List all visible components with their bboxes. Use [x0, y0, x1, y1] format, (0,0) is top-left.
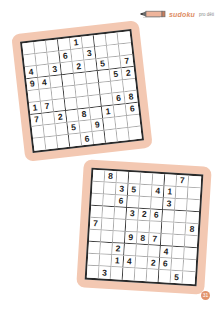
sudoku-cell-empty[interactable]: [114, 207, 127, 220]
sudoku-cell-empty[interactable]: [100, 242, 113, 255]
sudoku-cell-given: 3: [163, 198, 176, 211]
sudoku-cell-empty[interactable]: [175, 199, 188, 212]
sudoku-cell-empty[interactable]: [140, 185, 153, 198]
sudoku-cell-empty[interactable]: [101, 230, 114, 243]
sudoku-cell-empty[interactable]: [88, 242, 101, 255]
sudoku-cell-empty[interactable]: [162, 210, 175, 223]
sudoku-cell-given: 2: [138, 209, 151, 222]
sudoku-cell-given: 7: [90, 218, 103, 231]
puzzle-card-2: 873541633267898724142635: [76, 159, 212, 295]
sudoku-cell-empty[interactable]: [183, 260, 196, 273]
sudoku-cell-given: 8: [186, 224, 199, 237]
sudoku-cell-empty[interactable]: [88, 254, 101, 267]
page-number-badge: 31: [201, 291, 210, 300]
sudoku-cell-empty[interactable]: [161, 234, 174, 247]
sudoku-cell-empty[interactable]: [183, 271, 196, 284]
book-subtitle: pro děti: [199, 12, 214, 17]
puzzle-card-1: 163432579452176872816596: [11, 20, 153, 162]
sudoku-cell-empty[interactable]: [89, 230, 102, 243]
sudoku-cell-given: 1: [164, 186, 177, 199]
sudoku-cell-empty[interactable]: [124, 244, 137, 257]
sudoku-cell-empty[interactable]: [188, 176, 201, 189]
sudoku-cell-given: 6: [159, 258, 172, 271]
sudoku-cell-empty[interactable]: [111, 267, 124, 280]
sudoku-cell-given: 3: [99, 266, 112, 279]
sudoku-cell-empty[interactable]: [171, 259, 184, 272]
sudoku-cell-empty[interactable]: [126, 220, 139, 233]
sudoku-cell-empty[interactable]: [117, 171, 130, 184]
sudoku-cell-given: 6: [115, 195, 128, 208]
sudoku-cell-empty[interactable]: [138, 221, 151, 234]
sudoku-cell-empty[interactable]: [90, 206, 103, 219]
sudoku-cell-empty[interactable]: [127, 196, 140, 209]
sudoku-cell-given: 8: [105, 171, 118, 184]
sudoku-grid-1: 163432579452176872816596: [20, 29, 144, 153]
sudoku-cell-empty[interactable]: [87, 266, 100, 279]
sudoku-cell-empty[interactable]: [184, 248, 197, 261]
sudoku-cell-empty[interactable]: [135, 257, 148, 270]
sudoku-cell-given: 5: [171, 271, 184, 284]
sudoku-cell-given: 4: [160, 246, 173, 259]
sudoku-cell-empty[interactable]: [141, 173, 154, 186]
sudoku-cell-empty[interactable]: [136, 245, 149, 258]
pencil-icon: [140, 10, 166, 18]
sudoku-cell-empty[interactable]: [174, 223, 187, 236]
sudoku-cell-given: 5: [128, 184, 141, 197]
sudoku-cell-empty[interactable]: [93, 170, 106, 183]
sudoku-cell-empty[interactable]: [123, 268, 136, 281]
book-title: sudoku: [169, 11, 195, 18]
sudoku-cell-given: 9: [125, 232, 138, 245]
sudoku-cell-empty[interactable]: [150, 221, 163, 234]
sudoku-cell-empty[interactable]: [187, 200, 200, 213]
sudoku-grid-2: 873541633267898724142635: [85, 168, 204, 287]
sudoku-cell-empty[interactable]: [91, 194, 104, 207]
sudoku-cell-empty[interactable]: [165, 174, 178, 187]
sudoku-cell-given: 2: [147, 257, 160, 270]
sudoku-cell-given: 8: [137, 233, 150, 246]
sudoku-cell-empty[interactable]: [188, 188, 201, 201]
sudoku-cell-empty[interactable]: [173, 235, 186, 248]
sudoku-cell-given: 7: [177, 175, 190, 188]
sudoku-cell-given: 4: [123, 256, 136, 269]
sudoku-cell-empty[interactable]: [174, 211, 187, 224]
sudoku-cell-empty[interactable]: [128, 127, 141, 140]
sudoku-cell-empty[interactable]: [162, 222, 175, 235]
sudoku-cell-empty[interactable]: [186, 212, 199, 225]
sudoku-cell-given: 7: [149, 233, 162, 246]
sudoku-cell-empty[interactable]: [103, 194, 116, 207]
sudoku-cell-empty[interactable]: [147, 269, 160, 282]
sudoku-cell-empty[interactable]: [92, 182, 105, 195]
sudoku-cell-given: 6: [150, 209, 163, 222]
sudoku-cell-empty[interactable]: [172, 247, 185, 260]
sudoku-cell-empty[interactable]: [139, 197, 152, 210]
sudoku-cell-empty[interactable]: [148, 245, 161, 258]
sudoku-cell-empty[interactable]: [113, 231, 126, 244]
sudoku-cell-given: 3: [116, 183, 129, 196]
sudoku-cell-empty[interactable]: [102, 206, 115, 219]
sudoku-cell-given: 1: [111, 255, 124, 268]
sudoku-cell-empty[interactable]: [100, 254, 113, 267]
sudoku-cell-empty[interactable]: [104, 183, 117, 196]
sudoku-cell-empty[interactable]: [153, 173, 166, 186]
sudoku-cell-empty[interactable]: [176, 187, 189, 200]
sudoku-cell-empty[interactable]: [185, 236, 198, 249]
book-page: sudoku pro děti 163432579452176872816596…: [0, 0, 221, 310]
sudoku-cell-given: 4: [152, 185, 165, 198]
sudoku-cell-empty[interactable]: [159, 270, 172, 283]
sudoku-cell-given: 2: [112, 243, 125, 256]
sudoku-cell-empty[interactable]: [114, 219, 127, 232]
sudoku-cell-empty[interactable]: [129, 172, 142, 185]
sudoku-cell-given: 3: [126, 208, 139, 221]
sudoku-cell-empty[interactable]: [135, 269, 148, 282]
sudoku-cell-empty[interactable]: [102, 218, 115, 231]
page-header: sudoku pro děti: [140, 10, 214, 18]
sudoku-cell-empty[interactable]: [151, 197, 164, 210]
